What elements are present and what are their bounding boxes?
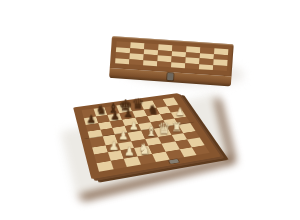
box-square-3-6 [199,64,213,70]
box-square-3-3 [157,61,171,67]
box-square-3-7 [213,65,227,71]
chess-board-squares: ♞♝♚♛♟♟♟♞♟♟♟♝♛♜♟♟♞ [82,98,210,172]
chess-board: ♞♝♚♛♟♟♟♞♟♟♟♝♛♜♟♟♞ [73,93,221,179]
box-square-3-0 [115,58,129,64]
box-square-3-2 [143,60,157,66]
square-a6 [86,123,100,131]
square-h1 [192,145,209,155]
square-f1 [166,150,184,160]
closed-box-checkerboard [115,41,228,71]
box-square-3-1 [129,59,143,65]
product-photo-chess-set: ♞♝♚♛♟♟♟♞♟♟♟♝♛♜♟♟♞ [0,0,300,220]
open-board-area: ♞♝♚♛♟♟♟♞♟♟♟♝♛♜♟♟♞ [81,70,201,190]
box-square-3-5 [185,63,199,69]
board-clasp-icon [169,159,179,164]
box-square-3-4 [171,62,185,68]
